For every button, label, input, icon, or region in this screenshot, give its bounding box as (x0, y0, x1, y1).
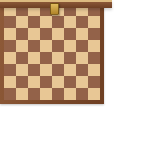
chess-set-photo: ♜♞♝♛♚♝♞♜♟♟♟♟♟♟♟♟♟♟♟♟♟♟♟♟♜♞♝♛♚♝♞♜ (0, 0, 150, 150)
piece-white-rook[interactable]: ♜ (0, 0, 6, 2)
pieces-layer: ♜♞♝♛♚♝♞♜♟♟♟♟♟♟♟♟♟♟♟♟♟♟♟♟♜♞♝♛♚♝♞♜ (0, 0, 150, 150)
